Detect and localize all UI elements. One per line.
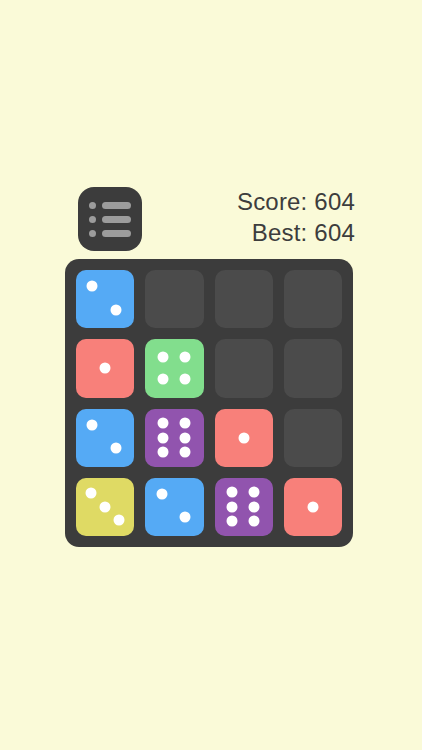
score-text: Score: 604 — [237, 186, 355, 217]
die-tile-2 — [76, 409, 134, 467]
die-pip — [87, 419, 98, 430]
list-icon — [89, 202, 131, 237]
score-panel: Score: 604 Best: 604 — [237, 186, 355, 248]
board-cell — [76, 270, 134, 328]
die-pip — [87, 281, 98, 292]
die-pip — [249, 501, 260, 512]
board-cell — [284, 409, 342, 467]
board-cell — [215, 478, 273, 536]
die-pip — [157, 447, 168, 458]
list-icon-row — [89, 216, 131, 223]
board-cell — [145, 478, 203, 536]
die-tile-3 — [76, 478, 134, 536]
list-icon-row — [89, 202, 131, 209]
board-cell — [145, 270, 203, 328]
die-tile-2 — [145, 478, 203, 536]
board-cell — [145, 339, 203, 397]
die-pip — [238, 432, 249, 443]
die-pip — [157, 351, 168, 362]
list-icon-dot — [89, 202, 96, 209]
board-cell — [76, 478, 134, 536]
die-pip — [226, 501, 237, 512]
die-pip — [156, 489, 167, 500]
die-pip — [157, 418, 168, 429]
die-pip — [113, 515, 124, 526]
die-pip — [179, 351, 190, 362]
list-icon-bar — [102, 216, 131, 223]
die-tile-1 — [215, 409, 273, 467]
board-cell — [215, 339, 273, 397]
die-pip — [179, 432, 190, 443]
board-cell — [145, 409, 203, 467]
list-icon-dot — [89, 230, 96, 237]
best-text: Best: 604 — [237, 217, 355, 248]
die-pip — [100, 501, 111, 512]
die-pip — [226, 487, 237, 498]
game-board[interactable] — [65, 259, 353, 547]
die-pip — [249, 487, 260, 498]
die-tile-6 — [215, 478, 273, 536]
list-icon-row — [89, 230, 131, 237]
die-tile-6 — [145, 409, 203, 467]
die-pip — [110, 443, 121, 454]
die-pip — [226, 516, 237, 527]
die-tile-2 — [76, 270, 134, 328]
die-pip — [179, 512, 190, 523]
board-cell — [284, 339, 342, 397]
die-pip — [157, 373, 168, 384]
board-cell — [284, 270, 342, 328]
die-pip — [179, 418, 190, 429]
menu-button[interactable] — [78, 187, 142, 251]
board-cell — [215, 409, 273, 467]
board-cell — [76, 339, 134, 397]
board-cell — [284, 478, 342, 536]
board-cell — [76, 409, 134, 467]
die-tile-1 — [284, 478, 342, 536]
die-pip — [179, 373, 190, 384]
die-tile-1 — [76, 339, 134, 397]
list-icon-bar — [102, 230, 131, 237]
die-pip — [86, 487, 97, 498]
die-pip — [110, 304, 121, 315]
die-tile-4 — [145, 339, 203, 397]
board-cell — [215, 270, 273, 328]
die-pip — [100, 363, 111, 374]
die-pip — [249, 516, 260, 527]
die-pip — [307, 501, 318, 512]
list-icon-bar — [102, 202, 131, 209]
list-icon-dot — [89, 216, 96, 223]
die-pip — [157, 432, 168, 443]
die-pip — [179, 447, 190, 458]
